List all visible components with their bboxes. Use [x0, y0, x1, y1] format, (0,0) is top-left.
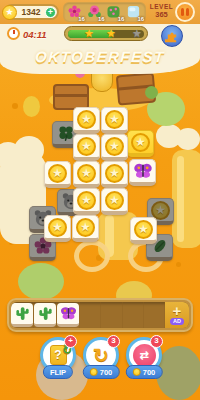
flip-label: FLIP — [43, 365, 73, 379]
butterfly-icon — [60, 305, 77, 322]
rotate-booster-button[interactable]: ↻ 3 700 — [83, 337, 119, 373]
tile-coin[interactable]: ★ — [72, 215, 99, 242]
butterfly-icon — [133, 161, 153, 181]
coin-value: 1342 — [17, 7, 45, 17]
tile-coin[interactable]: ★ — [101, 161, 128, 188]
event-title: OKTOBERFEST — [0, 48, 200, 65]
rotate-cost: 700 — [83, 365, 120, 379]
booster-count: 16 — [78, 16, 85, 22]
timer-clock-icon — [7, 27, 20, 40]
collection-tray: +AD — [7, 298, 193, 332]
booster-rose[interactable]: 16 — [87, 4, 103, 20]
tile-coin[interactable]: ★ — [44, 215, 71, 242]
tile-coin[interactable]: ★ — [101, 107, 128, 134]
ad-badge: AD — [170, 318, 184, 325]
puzzle-piece-icon — [165, 29, 179, 43]
tile-coin[interactable]: ★ — [73, 134, 100, 161]
level-value: 365 — [148, 10, 175, 19]
coin-icon — [133, 368, 141, 376]
booster-flower-bush[interactable]: 16 — [106, 4, 122, 20]
puzzle-event-button[interactable] — [161, 25, 183, 47]
tray-slot-filled — [11, 302, 34, 328]
tile-coin[interactable]: ★ — [101, 188, 128, 215]
plus-icon: + — [173, 305, 182, 317]
shuffle-count-badge: 3 — [150, 335, 163, 348]
booster-count: 16 — [137, 16, 144, 22]
coin-counter: ★ 1342 + — [4, 4, 59, 20]
add-coins-button[interactable]: + — [45, 7, 56, 18]
rotate-count-badge: 3 — [107, 335, 120, 348]
tray-tile-cactus — [11, 303, 33, 327]
tray-tile-cactus — [34, 303, 56, 327]
tray-add-slot-button[interactable]: +AD — [165, 302, 189, 328]
circular-arrow-icon: ↻ — [93, 346, 109, 365]
tray-slot-empty — [101, 302, 122, 328]
tray-slot-empty — [80, 302, 101, 328]
tile-coin[interactable]: ★ — [130, 217, 157, 244]
tray-slot-empty — [144, 302, 165, 328]
flip-card-icon: ? ↻ — [50, 345, 67, 365]
tile-coin[interactable]: ★ — [44, 161, 71, 188]
star-earned-icon: ★ — [84, 27, 94, 40]
tray-tile-butterfly — [57, 303, 79, 327]
star-earned-icon: ★ — [106, 27, 116, 40]
star-progress-bar: ★ ★ ★ — [64, 26, 148, 41]
cactus-icon — [14, 305, 31, 322]
pause-button[interactable] — [175, 2, 195, 22]
tile-coin-gold[interactable]: ★ — [127, 130, 154, 157]
tile-coin[interactable]: ★ — [73, 161, 100, 188]
flip-booster-button[interactable]: ? ↻ + FLIP — [40, 337, 76, 373]
tile-coin[interactable]: ★ — [101, 134, 128, 161]
flip-add-badge[interactable]: + — [64, 335, 77, 348]
tile-coin[interactable]: ★ — [73, 107, 100, 134]
booster-count: 16 — [98, 16, 105, 22]
booster-count: 16 — [118, 16, 125, 22]
tray-slot-filled — [57, 302, 80, 328]
coin-icon — [90, 368, 98, 376]
pause-icon — [181, 8, 184, 16]
star-locked-icon: ★ — [132, 27, 142, 40]
level-label: LEVEL — [148, 3, 175, 10]
shuffle-cost: 700 — [126, 365, 163, 379]
coin-icon: ★ — [2, 5, 17, 20]
tray-slot-empty — [123, 302, 144, 328]
timer-value: 04:11 — [23, 29, 47, 40]
booster-ice-cube[interactable]: 16 — [126, 4, 142, 20]
booster-pink-flower[interactable]: 16 — [67, 4, 83, 20]
shuffle-booster-button[interactable]: ⇄ 3 700 — [126, 337, 162, 373]
tile-coin[interactable]: ★ — [73, 188, 100, 215]
tray-slot-filled — [34, 302, 57, 328]
tile-butterfly[interactable] — [129, 159, 156, 186]
booster-inventory: 16161616 — [63, 2, 146, 22]
game-screen: ★★★★★★★★★★★★★★ ★ 1342 + 16161616 LEVEL 3… — [0, 0, 200, 400]
cactus-icon — [37, 305, 54, 322]
level-indicator: LEVEL 365 — [148, 3, 175, 19]
